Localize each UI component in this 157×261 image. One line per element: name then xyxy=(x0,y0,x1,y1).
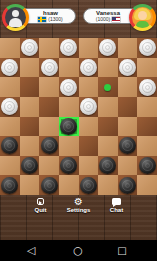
square-r6c7[interactable] xyxy=(137,156,157,176)
square-r6c3[interactable] xyxy=(59,156,79,176)
square-r1c5[interactable] xyxy=(98,58,118,78)
square-r0c6[interactable] xyxy=(118,38,138,58)
white-piece[interactable] xyxy=(41,59,58,76)
white-piece[interactable] xyxy=(60,79,77,96)
checkers-app-screen: hsaw (1300) Vanessa (1000) Quit xyxy=(0,0,157,261)
square-r6c1[interactable] xyxy=(20,156,40,176)
square-r4c4[interactable] xyxy=(79,117,99,137)
girl-avatar-icon xyxy=(132,7,153,28)
black-piece[interactable] xyxy=(1,177,18,194)
square-r7c5[interactable] xyxy=(98,175,118,195)
square-r4c6[interactable] xyxy=(118,117,138,137)
square-r1c1[interactable] xyxy=(20,58,40,78)
square-r1c7[interactable] xyxy=(137,58,157,78)
black-piece[interactable] xyxy=(119,137,136,154)
square-r5c4[interactable] xyxy=(79,136,99,156)
square-r6c4[interactable] xyxy=(79,156,99,176)
sweden-flag-icon xyxy=(38,17,46,22)
android-nav-bar: ◁ ○ □ xyxy=(0,240,157,261)
player-right-rating: (1000) xyxy=(96,17,110,22)
square-r2c6[interactable] xyxy=(118,77,138,97)
white-piece[interactable] xyxy=(80,98,97,115)
square-r5c7[interactable] xyxy=(137,136,157,156)
black-piece[interactable] xyxy=(1,137,18,154)
square-r6c6[interactable] xyxy=(118,156,138,176)
square-r5c1[interactable] xyxy=(20,136,40,156)
square-r3c7[interactable] xyxy=(137,97,157,117)
bottom-menu: Quit ⚙ Settings Chat xyxy=(0,197,157,213)
nav-home-icon[interactable]: ○ xyxy=(70,240,86,261)
white-piece[interactable] xyxy=(119,59,136,76)
black-piece[interactable] xyxy=(80,177,97,194)
square-r3c3[interactable] xyxy=(59,97,79,117)
square-r0c3[interactable] xyxy=(59,38,79,58)
white-piece[interactable] xyxy=(99,39,116,56)
square-r7c3[interactable] xyxy=(59,175,79,195)
nav-back-icon[interactable]: ◁ xyxy=(23,240,39,261)
checkers-board xyxy=(0,38,157,195)
square-r1c0[interactable] xyxy=(0,58,20,78)
black-piece[interactable] xyxy=(41,177,58,194)
square-r5c5[interactable] xyxy=(98,136,118,156)
square-r3c5[interactable] xyxy=(98,97,118,117)
square-r4c2[interactable] xyxy=(39,117,59,137)
white-piece[interactable] xyxy=(1,98,18,115)
square-r2c1[interactable] xyxy=(20,77,40,97)
quit-button[interactable]: Quit xyxy=(22,197,60,213)
chat-label: Chat xyxy=(110,207,123,213)
usa-flag-icon xyxy=(112,17,120,22)
player-left-rating: (1300) xyxy=(48,17,62,22)
white-piece[interactable] xyxy=(1,59,18,76)
gear-icon: ⚙ xyxy=(74,197,83,206)
exit-icon xyxy=(37,198,44,205)
square-r2c3[interactable] xyxy=(59,77,79,97)
square-r5c2[interactable] xyxy=(39,136,59,156)
square-r2c2[interactable] xyxy=(39,77,59,97)
square-r6c0[interactable] xyxy=(0,156,20,176)
square-r3c2[interactable] xyxy=(39,97,59,117)
person-silhouette-icon xyxy=(5,7,26,28)
square-r7c7[interactable] xyxy=(137,175,157,195)
square-r3c1[interactable] xyxy=(20,97,40,117)
square-r4c3[interactable] xyxy=(59,117,79,137)
square-r1c4[interactable] xyxy=(79,58,99,78)
white-piece[interactable] xyxy=(21,39,38,56)
player-left-rating-row: (1300) xyxy=(29,17,72,22)
square-r6c2[interactable] xyxy=(39,156,59,176)
square-r0c1[interactable] xyxy=(20,38,40,58)
black-piece[interactable] xyxy=(99,157,116,174)
black-piece[interactable] xyxy=(21,157,38,174)
square-r0c7[interactable] xyxy=(137,38,157,58)
square-r4c0[interactable] xyxy=(0,117,20,137)
settings-label: Settings xyxy=(67,207,91,213)
square-r0c5[interactable] xyxy=(98,38,118,58)
player-right-rating-row: (1000) xyxy=(87,17,129,22)
white-piece[interactable] xyxy=(139,79,156,96)
square-r1c6[interactable] xyxy=(118,58,138,78)
black-piece[interactable] xyxy=(41,137,58,154)
white-piece[interactable] xyxy=(60,39,77,56)
white-piece[interactable] xyxy=(139,39,156,56)
square-r0c2[interactable] xyxy=(39,38,59,58)
square-r3c4[interactable] xyxy=(79,97,99,117)
square-r5c3[interactable] xyxy=(59,136,79,156)
black-piece[interactable] xyxy=(139,157,156,174)
square-r0c4[interactable] xyxy=(79,38,99,58)
move-target-dot[interactable] xyxy=(104,84,111,91)
square-r1c3[interactable] xyxy=(59,58,79,78)
square-r7c4[interactable] xyxy=(79,175,99,195)
square-r4c7[interactable] xyxy=(137,117,157,137)
chat-button[interactable]: Chat xyxy=(98,197,136,213)
square-r7c0[interactable] xyxy=(0,175,20,195)
square-r2c5[interactable] xyxy=(98,77,118,97)
white-piece[interactable] xyxy=(80,59,97,76)
square-r2c7[interactable] xyxy=(137,77,157,97)
black-piece[interactable] xyxy=(60,157,77,174)
square-r7c2[interactable] xyxy=(39,175,59,195)
square-r6c5[interactable] xyxy=(98,156,118,176)
speech-bubble-icon xyxy=(112,198,121,205)
square-r5c0[interactable] xyxy=(0,136,20,156)
square-r5c6[interactable] xyxy=(118,136,138,156)
square-r2c4[interactable] xyxy=(79,77,99,97)
square-r2c0[interactable] xyxy=(0,77,20,97)
square-r4c5[interactable] xyxy=(98,117,118,137)
player-right-avatar xyxy=(129,4,156,31)
player-left-avatar xyxy=(2,4,29,31)
settings-button[interactable]: ⚙ Settings xyxy=(60,197,98,213)
square-r0c0[interactable] xyxy=(0,38,20,58)
black-piece[interactable] xyxy=(60,118,77,135)
nav-recents-icon[interactable]: □ xyxy=(114,240,130,261)
quit-label: Quit xyxy=(35,207,47,213)
square-r3c6[interactable] xyxy=(118,97,138,117)
square-r7c1[interactable] xyxy=(20,175,40,195)
black-piece[interactable] xyxy=(119,177,136,194)
square-r7c6[interactable] xyxy=(118,175,138,195)
square-r4c1[interactable] xyxy=(20,117,40,137)
square-r1c2[interactable] xyxy=(39,58,59,78)
square-r3c0[interactable] xyxy=(0,97,20,117)
